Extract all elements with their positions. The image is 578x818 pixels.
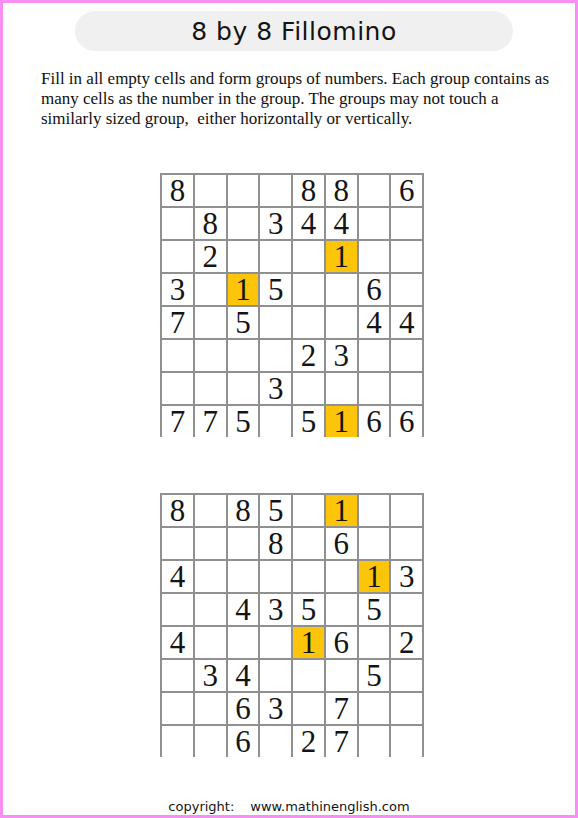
cell-r3c8: 3 bbox=[391, 561, 422, 592]
cell-r5c6 bbox=[326, 307, 357, 338]
cell-r6c7 bbox=[359, 340, 390, 371]
cell-r4c1 bbox=[162, 594, 193, 625]
cell-r2c6: 6 bbox=[326, 528, 357, 559]
copyright-site: www.mathinenglish.com bbox=[250, 799, 409, 814]
cell-r7c2 bbox=[195, 373, 226, 404]
cell-r7c2 bbox=[195, 693, 226, 724]
cell-r4c8 bbox=[391, 274, 422, 305]
cell-r6c5 bbox=[293, 660, 324, 691]
cell-r4c1: 3 bbox=[162, 274, 193, 305]
cell-r5c6: 6 bbox=[326, 627, 357, 658]
cell-r7c3: 6 bbox=[228, 693, 259, 724]
cell-r4c6 bbox=[326, 274, 357, 305]
cell-r8c6: 7 bbox=[326, 726, 357, 757]
cell-r2c7 bbox=[359, 528, 390, 559]
cell-r1c4 bbox=[260, 175, 291, 206]
cell-r8c2: 7 bbox=[195, 406, 226, 437]
cell-r3c4 bbox=[260, 561, 291, 592]
cell-r8c3: 5 bbox=[228, 406, 259, 437]
cell-r2c8 bbox=[391, 528, 422, 559]
cell-r5c7: 4 bbox=[359, 307, 390, 338]
cell-r4c8 bbox=[391, 594, 422, 625]
cell-r8c5: 2 bbox=[293, 726, 324, 757]
cell-r1c1: 8 bbox=[162, 175, 193, 206]
cell-r4c6 bbox=[326, 594, 357, 625]
cell-r1c3 bbox=[228, 175, 259, 206]
cell-r3c6 bbox=[326, 561, 357, 592]
cell-r4c2 bbox=[195, 274, 226, 305]
cell-r3c7 bbox=[359, 241, 390, 272]
cell-r4c5 bbox=[293, 274, 324, 305]
cell-r2c3 bbox=[228, 528, 259, 559]
cell-r3c5 bbox=[293, 561, 324, 592]
cell-r5c2 bbox=[195, 307, 226, 338]
cell-r7c7 bbox=[359, 373, 390, 404]
title-banner: 8 by 8 Fillomino bbox=[75, 11, 513, 51]
cell-r6c8 bbox=[391, 340, 422, 371]
cell-r7c5 bbox=[293, 693, 324, 724]
cell-r7c6 bbox=[326, 373, 357, 404]
cell-r1c3: 8 bbox=[228, 495, 259, 526]
cell-r5c1: 4 bbox=[162, 627, 193, 658]
cell-r2c4: 8 bbox=[260, 528, 291, 559]
cell-r3c1 bbox=[162, 241, 193, 272]
fillomino-grid-2: 88518641343554162345637627 bbox=[160, 493, 424, 757]
page-title: 8 by 8 Fillomino bbox=[191, 17, 396, 46]
cell-r7c8 bbox=[391, 693, 422, 724]
cell-r8c5: 5 bbox=[293, 406, 324, 437]
cell-r6c1 bbox=[162, 340, 193, 371]
cell-r8c1 bbox=[162, 726, 193, 757]
cell-r2c7 bbox=[359, 208, 390, 239]
cell-r1c4: 5 bbox=[260, 495, 291, 526]
cell-r6c2: 3 bbox=[195, 660, 226, 691]
cell-r4c2 bbox=[195, 594, 226, 625]
cell-r8c8: 6 bbox=[391, 406, 422, 437]
cell-r5c5 bbox=[293, 307, 324, 338]
cell-r5c4 bbox=[260, 307, 291, 338]
cell-r6c8 bbox=[391, 660, 422, 691]
cell-r1c2 bbox=[195, 495, 226, 526]
cell-r7c4: 3 bbox=[260, 693, 291, 724]
cell-r4c3-highlighted: 1 bbox=[228, 274, 259, 305]
cell-r6c4 bbox=[260, 660, 291, 691]
cell-r8c3: 6 bbox=[228, 726, 259, 757]
cell-r7c7 bbox=[359, 693, 390, 724]
cell-r6c4 bbox=[260, 340, 291, 371]
cell-r7c1 bbox=[162, 693, 193, 724]
cell-r6c2 bbox=[195, 340, 226, 371]
cell-r1c7 bbox=[359, 175, 390, 206]
cell-r4c7: 5 bbox=[359, 594, 390, 625]
cell-r3c2 bbox=[195, 561, 226, 592]
cell-r6c6: 3 bbox=[326, 340, 357, 371]
cell-r6c1 bbox=[162, 660, 193, 691]
cell-r3c4 bbox=[260, 241, 291, 272]
cell-r7c3 bbox=[228, 373, 259, 404]
cell-r2c6: 4 bbox=[326, 208, 357, 239]
cell-r6c3: 4 bbox=[228, 660, 259, 691]
cell-r2c8 bbox=[391, 208, 422, 239]
cell-r8c2 bbox=[195, 726, 226, 757]
cell-r1c8: 6 bbox=[391, 175, 422, 206]
cell-r5c2 bbox=[195, 627, 226, 658]
cell-r6c7: 5 bbox=[359, 660, 390, 691]
cell-r7c1 bbox=[162, 373, 193, 404]
cell-r1c7 bbox=[359, 495, 390, 526]
cell-r3c3 bbox=[228, 561, 259, 592]
instructions-text: Fill in all empty cells and form groups … bbox=[41, 69, 553, 129]
cell-r1c5: 8 bbox=[293, 175, 324, 206]
cell-r3c8 bbox=[391, 241, 422, 272]
cell-r1c8 bbox=[391, 495, 422, 526]
cell-r1c6: 8 bbox=[326, 175, 357, 206]
cell-r4c5: 5 bbox=[293, 594, 324, 625]
cell-r2c2 bbox=[195, 528, 226, 559]
cell-r4c4: 3 bbox=[260, 594, 291, 625]
cell-r4c7: 6 bbox=[359, 274, 390, 305]
cell-r5c8: 2 bbox=[391, 627, 422, 658]
cell-r2c2: 8 bbox=[195, 208, 226, 239]
cell-r8c4 bbox=[260, 406, 291, 437]
cell-r5c3 bbox=[228, 627, 259, 658]
cell-r5c5-highlighted: 1 bbox=[293, 627, 324, 658]
cell-r7c8 bbox=[391, 373, 422, 404]
cell-r2c5 bbox=[293, 528, 324, 559]
cell-r7c6: 7 bbox=[326, 693, 357, 724]
cell-r1c2 bbox=[195, 175, 226, 206]
copyright-label: copyright: bbox=[168, 799, 234, 814]
cell-r8c7 bbox=[359, 726, 390, 757]
cell-r2c3 bbox=[228, 208, 259, 239]
cell-r4c3: 4 bbox=[228, 594, 259, 625]
cell-r2c1 bbox=[162, 528, 193, 559]
cell-r6c6 bbox=[326, 660, 357, 691]
cell-r8c8 bbox=[391, 726, 422, 757]
cell-r3c6-highlighted: 1 bbox=[326, 241, 357, 272]
cell-r5c8: 4 bbox=[391, 307, 422, 338]
cell-r1c6-highlighted: 1 bbox=[326, 495, 357, 526]
cell-r5c4 bbox=[260, 627, 291, 658]
cell-r6c5: 2 bbox=[293, 340, 324, 371]
cell-r4c4: 5 bbox=[260, 274, 291, 305]
cell-r7c4: 3 bbox=[260, 373, 291, 404]
cell-r8c7: 6 bbox=[359, 406, 390, 437]
cell-r2c4: 3 bbox=[260, 208, 291, 239]
cell-r7c5 bbox=[293, 373, 324, 404]
cell-r2c5: 4 bbox=[293, 208, 324, 239]
cell-r2c1 bbox=[162, 208, 193, 239]
worksheet-page: 8 by 8 Fillomino Fill in all empty cells… bbox=[0, 0, 578, 818]
cell-r3c3 bbox=[228, 241, 259, 272]
cell-r8c4 bbox=[260, 726, 291, 757]
cell-r6c3 bbox=[228, 340, 259, 371]
cell-r3c1: 4 bbox=[162, 561, 193, 592]
cell-r3c2: 2 bbox=[195, 241, 226, 272]
footer: copyright:www.mathinenglish.com bbox=[3, 799, 575, 814]
cell-r5c3: 5 bbox=[228, 307, 259, 338]
cell-r1c1: 8 bbox=[162, 495, 193, 526]
cell-r3c5 bbox=[293, 241, 324, 272]
cell-r5c1: 7 bbox=[162, 307, 193, 338]
cell-r8c6-highlighted: 1 bbox=[326, 406, 357, 437]
cell-r8c1: 7 bbox=[162, 406, 193, 437]
fillomino-grid-1: 8886834421315675442337755166 bbox=[160, 173, 424, 437]
cell-r1c5 bbox=[293, 495, 324, 526]
cell-r5c7 bbox=[359, 627, 390, 658]
cell-r3c7-highlighted: 1 bbox=[359, 561, 390, 592]
